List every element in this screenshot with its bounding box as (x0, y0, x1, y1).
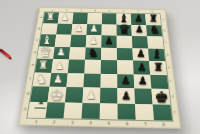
coordinate-label: g (171, 94, 174, 98)
coordinate-label: 3 (80, 9, 82, 12)
coordinate-label: 7 (144, 122, 147, 127)
coordinate-label: b (163, 29, 166, 32)
square-d3[interactable] (69, 47, 86, 60)
square-g3[interactable] (65, 87, 83, 102)
piece-white-king[interactable]: ♚ (48, 86, 66, 102)
piece-black-pawn[interactable]: ♟ (134, 73, 151, 88)
coordinate-label: e (31, 63, 34, 67)
square-d1[interactable]: ♛ (37, 46, 55, 59)
piece-black-knight[interactable]: ♞ (85, 46, 101, 60)
piece-white-pawn[interactable]: ♟ (53, 45, 69, 59)
square-e1[interactable]: ♜ (35, 59, 53, 73)
square-g2[interactable]: ♚ (48, 87, 67, 102)
piece-white-pawn[interactable]: ♟ (50, 72, 67, 87)
piece-black-pawn[interactable]: ♟ (101, 34, 117, 48)
table-background: ♜♟♝♟♜♟♟♛♟♞♝♟♟♛♟♞♟♝♜♟♟♜♞♟♟♟♚♟♟♚ ♞ aa11bb2… (0, 0, 200, 134)
board-squares: ♜♟♝♟♜♟♟♛♟♞♝♟♟♛♟♞♟♝♜♟♟♜♞♟♟♟♚♟♟♚ (28, 12, 173, 120)
piece-white-knight[interactable]: ♞ (33, 72, 50, 87)
square-b7[interactable]: ♟ (131, 25, 147, 37)
coordinate-label: a (162, 18, 165, 21)
square-c5[interactable]: ♟ (101, 35, 117, 47)
coordinate-label: b (38, 27, 41, 30)
piece-white-rook[interactable]: ♜ (35, 58, 52, 73)
piece-black-knight[interactable]: ♞ (147, 23, 162, 36)
square-d7[interactable]: ♟ (132, 48, 149, 61)
coordinate-label: 3 (71, 120, 74, 125)
piece-black-queen[interactable]: ♛ (117, 23, 132, 36)
piece-white-pawn[interactable]: ♟ (83, 87, 101, 103)
piece-black-pawn[interactable]: ♟ (133, 47, 149, 61)
coordinate-label: a (40, 16, 43, 19)
square-d6[interactable] (117, 48, 133, 61)
square-h7[interactable] (135, 104, 154, 121)
square-a1[interactable]: ♜ (43, 12, 59, 23)
square-h2[interactable] (45, 102, 65, 118)
square-d5[interactable] (101, 47, 117, 60)
square-e6[interactable] (117, 60, 134, 74)
square-h6[interactable] (118, 103, 136, 120)
square-e4[interactable] (84, 60, 101, 74)
piece-white-rook[interactable]: ♜ (43, 10, 58, 23)
coordinate-label: 6 (126, 121, 129, 126)
piece-white-pawn[interactable]: ♟ (58, 11, 73, 24)
coordinate-label: f (169, 80, 171, 84)
piece-black-pawn[interactable]: ♟ (132, 23, 147, 36)
piece-white-pawn[interactable]: ♟ (71, 22, 86, 35)
piece-black-pawn[interactable]: ♟ (134, 60, 151, 75)
square-f2[interactable]: ♟ (50, 72, 68, 87)
square-h4[interactable] (82, 102, 100, 118)
coordinate-label: h (24, 107, 28, 111)
coordinate-label: h (173, 110, 176, 115)
square-g4[interactable]: ♟ (83, 87, 101, 102)
square-h5[interactable] (100, 103, 118, 120)
square-e5[interactable] (101, 60, 117, 74)
square-d4[interactable]: ♞ (85, 47, 101, 60)
piece-white-queen[interactable]: ♛ (37, 45, 53, 59)
square-h3[interactable] (64, 102, 83, 118)
coordinate-label: 5 (108, 10, 110, 13)
square-b8[interactable]: ♞ (146, 25, 162, 37)
piece-white-pawn[interactable]: ♟ (51, 58, 68, 73)
coordinate-label: c (165, 41, 168, 44)
piece-black-king[interactable]: ♚ (153, 89, 171, 105)
square-g8[interactable]: ♚ (151, 89, 170, 105)
coordinate-label: f (29, 77, 31, 81)
piece-black-rook[interactable]: ♜ (150, 60, 167, 75)
square-b2[interactable] (56, 23, 72, 35)
coordinate-label: c (36, 38, 39, 41)
coordinate-label: 4 (94, 10, 96, 13)
square-g7[interactable] (134, 88, 152, 104)
square-e7[interactable]: ♟ (133, 61, 150, 75)
square-f6[interactable]: ♟ (117, 74, 134, 89)
square-e2[interactable]: ♟ (51, 59, 69, 73)
coordinate-label: e (168, 66, 171, 70)
square-d2[interactable]: ♟ (53, 46, 70, 59)
coordinate-label: 1 (34, 119, 38, 124)
coordinate-label: 5 (107, 121, 110, 126)
square-f4[interactable] (83, 73, 100, 88)
coordinate-label: 4 (89, 120, 92, 125)
square-f7[interactable]: ♟ (134, 74, 152, 89)
square-d8[interactable]: ♝ (148, 48, 165, 61)
square-f1[interactable]: ♞ (33, 72, 52, 86)
square-g6[interactable]: ♟ (117, 88, 135, 104)
coordinate-label: g (26, 91, 29, 95)
square-f3[interactable] (66, 73, 84, 88)
coordinate-label: d (166, 53, 169, 57)
red-pen (0, 48, 11, 58)
square-f5[interactable] (100, 73, 117, 88)
square-b6[interactable]: ♛ (117, 24, 132, 36)
square-c6[interactable] (117, 36, 133, 48)
square-h8[interactable] (153, 104, 173, 121)
coordinate-label: d (34, 50, 37, 54)
piece-black-pawn[interactable]: ♟ (118, 88, 136, 104)
square-c3[interactable] (70, 35, 86, 47)
square-b3[interactable]: ♟ (71, 24, 87, 36)
chess-board: ♜♟♝♟♜♟♟♛♟♞♝♟♟♛♟♞♟♝♜♟♟♜♞♟♟♟♚♟♟♚ ♞ aa11bb2… (18, 7, 181, 129)
square-g5[interactable] (100, 88, 118, 104)
square-e8[interactable]: ♜ (149, 61, 167, 75)
piece-black-bishop[interactable]: ♝ (149, 47, 165, 61)
piece-black-pawn[interactable]: ♟ (117, 73, 134, 88)
square-a5[interactable] (102, 13, 117, 24)
coordinate-label: 8 (162, 122, 165, 127)
coordinate-label: 2 (53, 120, 56, 125)
square-f8[interactable] (150, 74, 168, 89)
square-e3[interactable] (68, 59, 85, 73)
